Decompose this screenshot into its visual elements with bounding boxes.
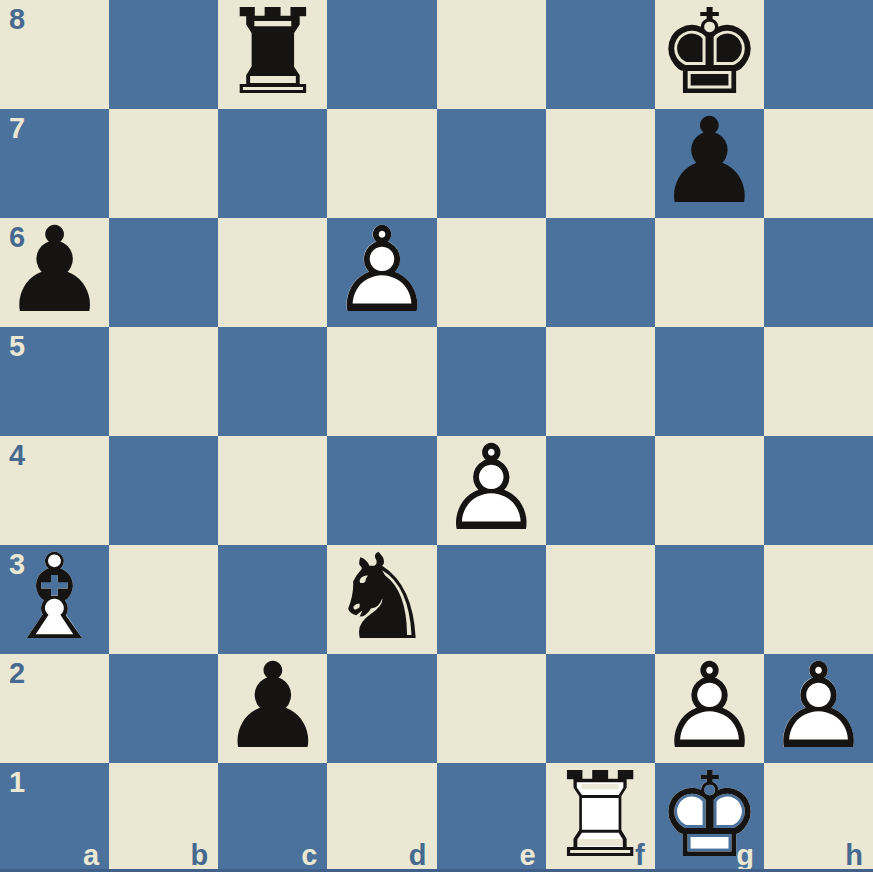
square-g4[interactable]: [655, 436, 764, 545]
file-label-h: h: [845, 841, 863, 870]
square-d8[interactable]: [327, 0, 436, 109]
black-pawn[interactable]: ♟: [0, 215, 109, 324]
square-e1[interactable]: e: [437, 763, 546, 872]
white-rook[interactable]: ♜♖: [546, 763, 655, 872]
black-rook[interactable]: ♜: [218, 0, 327, 106]
file-label-c: c: [301, 841, 317, 870]
square-e6[interactable]: [437, 218, 546, 327]
file-label-d: d: [409, 841, 427, 870]
rank-label-7: 7: [9, 114, 25, 143]
square-c5[interactable]: [218, 327, 327, 436]
black-pawn[interactable]: ♟: [218, 651, 327, 760]
rank-label-8: 8: [9, 5, 25, 34]
square-d5[interactable]: [327, 327, 436, 436]
square-b4[interactable]: [109, 436, 218, 545]
square-h1[interactable]: h: [764, 763, 873, 872]
black-pawn[interactable]: ♟: [655, 106, 764, 215]
square-h4[interactable]: [764, 436, 873, 545]
square-f6[interactable]: [546, 218, 655, 327]
square-f7[interactable]: [546, 109, 655, 218]
square-e4[interactable]: ♟♙: [437, 436, 546, 545]
black-knight[interactable]: ♞: [327, 542, 436, 651]
rank-label-5: 5: [9, 332, 25, 361]
square-b3[interactable]: [109, 545, 218, 654]
square-f5[interactable]: [546, 327, 655, 436]
rank-label-2: 2: [9, 659, 25, 688]
square-a8[interactable]: 8: [0, 0, 109, 109]
square-b1[interactable]: b: [109, 763, 218, 872]
rank-label-4: 4: [9, 441, 25, 470]
square-a3[interactable]: 3♝♗: [0, 545, 109, 654]
white-pawn[interactable]: ♟♙: [437, 436, 546, 545]
square-f1[interactable]: f♜♖: [546, 763, 655, 872]
square-g6[interactable]: [655, 218, 764, 327]
square-h8[interactable]: [764, 0, 873, 109]
square-a6[interactable]: 6♟: [0, 218, 109, 327]
white-bishop[interactable]: ♝♗: [0, 545, 109, 654]
square-h2[interactable]: ♟♙: [764, 654, 873, 763]
square-d2[interactable]: [327, 654, 436, 763]
square-c1[interactable]: c: [218, 763, 327, 872]
white-king[interactable]: ♚♔: [655, 763, 764, 872]
square-c7[interactable]: [218, 109, 327, 218]
square-a2[interactable]: 2: [0, 654, 109, 763]
black-king[interactable]: ♚: [655, 0, 764, 106]
square-d6[interactable]: ♟♙: [327, 218, 436, 327]
square-c4[interactable]: [218, 436, 327, 545]
square-b7[interactable]: [109, 109, 218, 218]
square-e2[interactable]: [437, 654, 546, 763]
square-f3[interactable]: [546, 545, 655, 654]
file-label-b: b: [191, 841, 209, 870]
square-e7[interactable]: [437, 109, 546, 218]
square-d1[interactable]: d: [327, 763, 436, 872]
square-c6[interactable]: [218, 218, 327, 327]
square-b5[interactable]: [109, 327, 218, 436]
square-a5[interactable]: 5: [0, 327, 109, 436]
white-pawn[interactable]: ♟♙: [764, 654, 873, 763]
square-f8[interactable]: [546, 0, 655, 109]
square-e3[interactable]: [437, 545, 546, 654]
chess-board: 8♜♚7♟6♟♟♙54♟♙3♝♗♞2♟♟♙♟♙1abcdef♜♖g♚♔h: [0, 0, 873, 872]
square-c2[interactable]: ♟: [218, 654, 327, 763]
square-h5[interactable]: [764, 327, 873, 436]
square-b8[interactable]: [109, 0, 218, 109]
square-b6[interactable]: [109, 218, 218, 327]
white-pawn[interactable]: ♟♙: [327, 218, 436, 327]
square-d3[interactable]: ♞: [327, 545, 436, 654]
square-g1[interactable]: g♚♔: [655, 763, 764, 872]
square-g7[interactable]: ♟: [655, 109, 764, 218]
square-h6[interactable]: [764, 218, 873, 327]
square-g5[interactable]: [655, 327, 764, 436]
square-b2[interactable]: [109, 654, 218, 763]
square-h7[interactable]: [764, 109, 873, 218]
file-label-a: a: [83, 841, 99, 870]
file-label-e: e: [519, 841, 535, 870]
square-f4[interactable]: [546, 436, 655, 545]
square-c8[interactable]: ♜: [218, 0, 327, 109]
rank-label-1: 1: [9, 768, 25, 797]
square-a1[interactable]: 1a: [0, 763, 109, 872]
square-e8[interactable]: [437, 0, 546, 109]
